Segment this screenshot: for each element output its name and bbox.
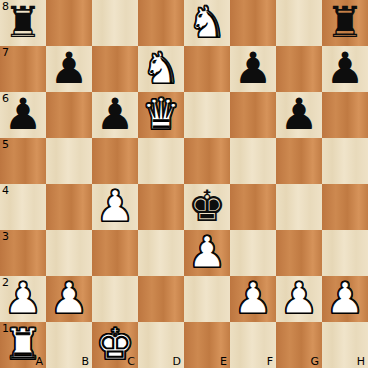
rank-label-5: 5 [2,139,9,150]
square-c7[interactable] [92,46,138,92]
piece-white-pawn[interactable]: ♟ [280,275,319,321]
piece-black-king[interactable]: ♚ [188,183,227,229]
square-h7[interactable]: ♟ [322,46,368,92]
square-g7[interactable] [276,46,322,92]
piece-black-pawn[interactable]: ♟ [326,45,365,91]
rank-label-2: 2 [2,277,9,288]
square-e1[interactable]: E [184,322,230,368]
square-e2[interactable] [184,276,230,322]
square-c5[interactable] [92,138,138,184]
square-e7[interactable] [184,46,230,92]
square-h5[interactable] [322,138,368,184]
piece-white-pawn[interactable]: ♟ [326,275,365,321]
piece-white-knight[interactable]: ♞ [188,0,227,45]
square-f6[interactable] [230,92,276,138]
piece-black-pawn[interactable]: ♟ [96,91,135,137]
square-g6[interactable]: ♟ [276,92,322,138]
square-e4[interactable]: ♚ [184,184,230,230]
square-a8[interactable]: 8♜ [0,0,46,46]
rank-label-7: 7 [2,47,9,58]
rank-label-6: 6 [2,93,9,104]
square-a4[interactable]: 4 [0,184,46,230]
piece-black-rook[interactable]: ♜ [326,0,365,45]
square-h1[interactable]: H [322,322,368,368]
square-c2[interactable] [92,276,138,322]
square-b8[interactable] [46,0,92,46]
square-a1[interactable]: 1A♜ [0,322,46,368]
piece-black-rook[interactable]: ♜ [4,0,43,45]
file-label-g: G [310,356,319,367]
piece-black-pawn[interactable]: ♟ [234,45,273,91]
piece-white-pawn[interactable]: ♟ [188,229,227,275]
square-e3[interactable]: ♟ [184,230,230,276]
file-label-a: A [35,356,43,367]
square-g5[interactable] [276,138,322,184]
rank-label-1: 1 [2,323,9,334]
square-f3[interactable] [230,230,276,276]
square-f1[interactable]: F [230,322,276,368]
piece-white-pawn[interactable]: ♟ [234,275,273,321]
square-b2[interactable]: ♟ [46,276,92,322]
rank-label-8: 8 [2,1,9,12]
piece-black-pawn[interactable]: ♟ [4,91,43,137]
square-f7[interactable]: ♟ [230,46,276,92]
square-d4[interactable] [138,184,184,230]
square-c1[interactable]: C♚ [92,322,138,368]
square-e6[interactable] [184,92,230,138]
square-f8[interactable] [230,0,276,46]
square-h8[interactable]: ♜ [322,0,368,46]
square-b3[interactable] [46,230,92,276]
chess-board: 8♜♞♜7♟♞♟♟6♟♟♛♟54♟♚3♟2♟♟♟♟♟1A♜BC♚DEFGH [0,0,368,368]
square-g1[interactable]: G [276,322,322,368]
square-e8[interactable]: ♞ [184,0,230,46]
square-f4[interactable] [230,184,276,230]
file-label-d: D [173,356,181,367]
square-d7[interactable]: ♞ [138,46,184,92]
square-b4[interactable] [46,184,92,230]
square-b1[interactable]: B [46,322,92,368]
square-d5[interactable] [138,138,184,184]
piece-white-knight[interactable]: ♞ [142,45,181,91]
square-c8[interactable] [92,0,138,46]
file-label-h: H [357,356,365,367]
square-b6[interactable] [46,92,92,138]
piece-white-pawn[interactable]: ♟ [96,183,135,229]
file-label-c: C [127,356,135,367]
square-d6[interactable]: ♛ [138,92,184,138]
square-b5[interactable] [46,138,92,184]
square-f5[interactable] [230,138,276,184]
square-f2[interactable]: ♟ [230,276,276,322]
square-e5[interactable] [184,138,230,184]
file-label-f: F [267,356,273,367]
square-h3[interactable] [322,230,368,276]
square-d8[interactable] [138,0,184,46]
square-d2[interactable] [138,276,184,322]
square-c3[interactable] [92,230,138,276]
square-h2[interactable]: ♟ [322,276,368,322]
square-a3[interactable]: 3 [0,230,46,276]
square-c4[interactable]: ♟ [92,184,138,230]
square-g8[interactable] [276,0,322,46]
square-c6[interactable]: ♟ [92,92,138,138]
file-label-b: B [81,356,89,367]
square-g3[interactable] [276,230,322,276]
square-a7[interactable]: 7 [0,46,46,92]
square-g2[interactable]: ♟ [276,276,322,322]
square-b7[interactable]: ♟ [46,46,92,92]
piece-black-pawn[interactable]: ♟ [280,91,319,137]
rank-label-4: 4 [2,185,9,196]
square-h6[interactable] [322,92,368,138]
square-h4[interactable] [322,184,368,230]
rank-label-3: 3 [2,231,9,242]
piece-white-pawn[interactable]: ♟ [50,275,89,321]
square-a2[interactable]: 2♟ [0,276,46,322]
piece-white-pawn[interactable]: ♟ [4,275,43,321]
square-d1[interactable]: D [138,322,184,368]
square-d3[interactable] [138,230,184,276]
square-a6[interactable]: 6♟ [0,92,46,138]
square-g4[interactable] [276,184,322,230]
piece-black-pawn[interactable]: ♟ [50,45,89,91]
piece-white-queen[interactable]: ♛ [142,91,181,137]
square-a5[interactable]: 5 [0,138,46,184]
file-label-e: E [220,356,227,367]
